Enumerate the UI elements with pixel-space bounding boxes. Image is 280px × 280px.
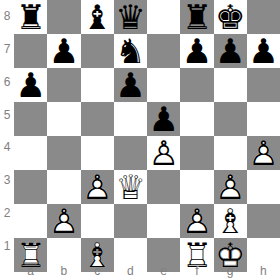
square-a5[interactable] [14, 102, 47, 136]
board: ♜♝♛♜♚♟♞♟♟♟♟♟♟♟♙♟♙♟♙♛♕♟♙♟♙♟♙♝♗♜♖♝♗♜♖♚♔ [14, 0, 280, 262]
square-h2[interactable] [247, 204, 280, 238]
square-c6[interactable] [81, 68, 114, 102]
piece-glyph: ♟ [49, 34, 79, 68]
piece-black-pawn[interactable]: ♟ [115, 68, 145, 102]
file-label-e: e [160, 264, 167, 278]
square-e7[interactable] [147, 34, 180, 68]
square-d7[interactable]: ♞ [114, 34, 147, 68]
piece-white-pawn[interactable]: ♟♙ [82, 170, 112, 204]
piece-black-rook[interactable]: ♜ [15, 0, 45, 34]
piece-black-pawn[interactable]: ♟ [148, 102, 178, 136]
piece-black-rook[interactable]: ♜ [182, 0, 212, 34]
rank-label-8: 8 [4, 9, 11, 23]
square-a8[interactable]: ♜ [14, 0, 47, 34]
square-d4[interactable] [114, 136, 147, 170]
square-e4[interactable]: ♟♙ [147, 136, 180, 170]
piece-glyph: ♟ [248, 34, 278, 68]
piece-glyph: ♟ [15, 68, 45, 102]
square-e3[interactable] [147, 170, 180, 204]
piece-black-pawn[interactable]: ♟ [248, 34, 278, 68]
square-a7[interactable] [14, 34, 47, 68]
piece-glyph: ♟ [182, 34, 212, 68]
piece-black-pawn[interactable]: ♟ [49, 34, 79, 68]
square-h7[interactable]: ♟ [247, 34, 280, 68]
square-g5[interactable] [214, 102, 247, 136]
piece-black-king[interactable]: ♚ [215, 0, 245, 34]
piece-black-bishop[interactable]: ♝ [82, 0, 112, 34]
piece-white-pawn[interactable]: ♟♙ [148, 136, 178, 170]
piece-black-pawn[interactable]: ♟ [182, 34, 212, 68]
square-c7[interactable] [81, 34, 114, 68]
chess-diagram: 87654321 ♜♝♛♜♚♟♞♟♟♟♟♟♟♟♙♟♙♟♙♛♕♟♙♟♙♟♙♝♗♜♖… [0, 0, 280, 280]
rank-label-7: 7 [4, 42, 11, 56]
square-f2[interactable]: ♟♙ [180, 204, 213, 238]
square-e2[interactable] [147, 204, 180, 238]
square-a3[interactable] [14, 170, 47, 204]
square-c8[interactable]: ♝ [81, 0, 114, 34]
piece-glyph: ♚ [215, 0, 245, 34]
rank-label-5: 5 [4, 108, 11, 122]
square-b5[interactable] [47, 102, 80, 136]
square-f3[interactable] [180, 170, 213, 204]
square-b2[interactable]: ♟♙ [47, 204, 80, 238]
file-label-h: h [260, 264, 267, 278]
file-label-g: g [227, 264, 234, 278]
piece-glyph: ♜ [182, 0, 212, 34]
square-c3[interactable]: ♟♙ [81, 170, 114, 204]
piece-glyph: ♞ [115, 34, 145, 68]
corner-spacer [0, 262, 14, 280]
square-g8[interactable]: ♚ [214, 0, 247, 34]
piece-outline: ♙ [82, 170, 112, 204]
square-g4[interactable] [214, 136, 247, 170]
piece-white-queen[interactable]: ♛♕ [115, 170, 145, 204]
square-b4[interactable] [47, 136, 80, 170]
square-e6[interactable] [147, 68, 180, 102]
piece-outline: ♙ [182, 204, 212, 238]
square-b8[interactable] [47, 0, 80, 34]
piece-black-knight[interactable]: ♞ [115, 34, 145, 68]
square-d3[interactable]: ♛♕ [114, 170, 147, 204]
piece-outline: ♙ [148, 136, 178, 170]
square-d6[interactable]: ♟ [114, 68, 147, 102]
piece-white-bishop[interactable]: ♝♗ [215, 204, 245, 238]
square-g2[interactable]: ♝♗ [214, 204, 247, 238]
piece-outline: ♙ [49, 204, 79, 238]
square-c4[interactable] [81, 136, 114, 170]
file-label-d: d [127, 264, 134, 278]
piece-black-pawn[interactable]: ♟ [215, 34, 245, 68]
square-h8[interactable] [247, 0, 280, 34]
square-a2[interactable] [14, 204, 47, 238]
square-f4[interactable] [180, 136, 213, 170]
rank-label-3: 3 [4, 173, 11, 187]
square-f5[interactable] [180, 102, 213, 136]
piece-black-pawn[interactable]: ♟ [15, 68, 45, 102]
file-label-f: f [195, 264, 198, 278]
piece-outline: ♗ [215, 204, 245, 238]
piece-outline: ♙ [248, 136, 278, 170]
piece-white-pawn[interactable]: ♟♙ [215, 170, 245, 204]
square-h3[interactable] [247, 170, 280, 204]
piece-outline: ♙ [215, 170, 245, 204]
piece-glyph: ♜ [15, 0, 45, 34]
square-f8[interactable]: ♜ [180, 0, 213, 34]
square-g3[interactable]: ♟♙ [214, 170, 247, 204]
piece-glyph: ♛ [115, 0, 145, 34]
square-e5[interactable]: ♟ [147, 102, 180, 136]
square-d8[interactable]: ♛ [114, 0, 147, 34]
piece-outline: ♕ [115, 170, 145, 204]
file-label-a: a [27, 264, 34, 278]
square-h5[interactable] [247, 102, 280, 136]
square-a6[interactable]: ♟ [14, 68, 47, 102]
square-g7[interactable]: ♟ [214, 34, 247, 68]
piece-white-pawn[interactable]: ♟♙ [49, 204, 79, 238]
square-b7[interactable]: ♟ [47, 34, 80, 68]
rank-label-6: 6 [4, 75, 11, 89]
square-b3[interactable] [47, 170, 80, 204]
piece-glyph: ♟ [215, 34, 245, 68]
square-a4[interactable] [14, 136, 47, 170]
square-f6[interactable] [180, 68, 213, 102]
square-c5[interactable] [81, 102, 114, 136]
square-f7[interactable]: ♟ [180, 34, 213, 68]
rank-label-1: 1 [4, 239, 11, 253]
piece-glyph: ♝ [82, 0, 112, 34]
file-label-c: c [94, 264, 100, 278]
square-b6[interactable] [47, 68, 80, 102]
square-h4[interactable]: ♟♙ [247, 136, 280, 170]
square-d2[interactable] [114, 204, 147, 238]
piece-glyph: ♟ [148, 102, 178, 136]
file-label-b: b [61, 264, 68, 278]
square-d5[interactable] [114, 102, 147, 136]
rank-label-2: 2 [4, 206, 11, 220]
piece-glyph: ♟ [115, 68, 145, 102]
square-h6[interactable] [247, 68, 280, 102]
square-c2[interactable] [81, 204, 114, 238]
rank-labels: 87654321 [0, 0, 14, 262]
square-g6[interactable] [214, 68, 247, 102]
piece-white-pawn[interactable]: ♟♙ [248, 136, 278, 170]
rank-label-4: 4 [4, 140, 11, 154]
piece-white-pawn[interactable]: ♟♙ [182, 204, 212, 238]
piece-black-queen[interactable]: ♛ [115, 0, 145, 34]
square-e8[interactable] [147, 0, 180, 34]
file-labels: abcdefgh [14, 262, 280, 280]
